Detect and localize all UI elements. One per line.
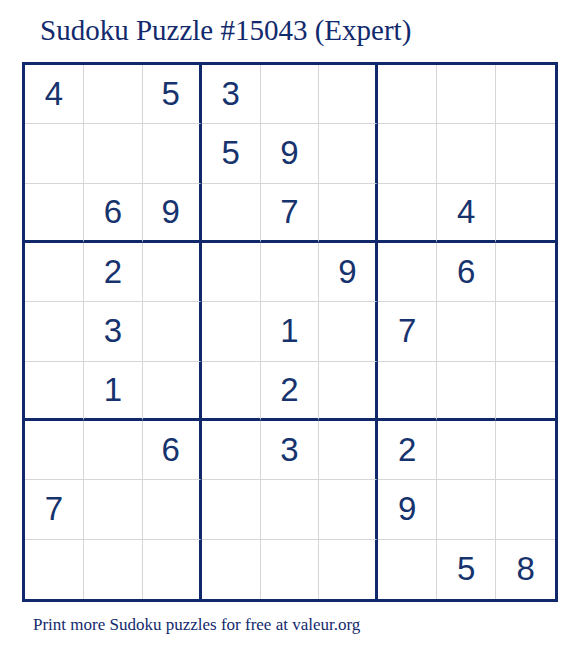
sudoku-cell-r1c7[interactable] (378, 65, 437, 124)
sudoku-cell-r9c4[interactable] (202, 540, 261, 599)
sudoku-cell-r5c5[interactable]: 1 (261, 302, 320, 361)
sudoku-page: Sudoku Puzzle #15043 (Expert) 4535969742… (0, 0, 580, 651)
sudoku-cell-r6c9[interactable] (496, 362, 555, 421)
sudoku-cell-r4c1[interactable] (25, 243, 84, 302)
sudoku-cell-r7c1[interactable] (25, 421, 84, 480)
sudoku-cell-r3c8[interactable]: 4 (437, 184, 496, 243)
sudoku-cell-r6c8[interactable] (437, 362, 496, 421)
sudoku-cell-r8c4[interactable] (202, 480, 261, 539)
sudoku-cell-r1c5[interactable] (261, 65, 320, 124)
sudoku-cell-r2c5[interactable]: 9 (261, 124, 320, 183)
sudoku-cell-r9c6[interactable] (319, 540, 378, 599)
sudoku-cell-r8c3[interactable] (143, 480, 202, 539)
sudoku-cell-r2c4[interactable]: 5 (202, 124, 261, 183)
sudoku-cell-r5c2[interactable]: 3 (84, 302, 143, 361)
sudoku-cell-r7c8[interactable] (437, 421, 496, 480)
sudoku-cell-r9c1[interactable] (25, 540, 84, 599)
sudoku-cell-r4c4[interactable] (202, 243, 261, 302)
sudoku-cell-r2c3[interactable] (143, 124, 202, 183)
sudoku-cell-r6c4[interactable] (202, 362, 261, 421)
sudoku-cell-r9c7[interactable] (378, 540, 437, 599)
sudoku-cell-r9c8[interactable]: 5 (437, 540, 496, 599)
sudoku-cell-r3c4[interactable] (202, 184, 261, 243)
sudoku-cell-r3c9[interactable] (496, 184, 555, 243)
sudoku-cell-r2c7[interactable] (378, 124, 437, 183)
sudoku-cell-r5c1[interactable] (25, 302, 84, 361)
sudoku-cell-r3c5[interactable]: 7 (261, 184, 320, 243)
sudoku-cell-r7c3[interactable]: 6 (143, 421, 202, 480)
sudoku-cell-r5c8[interactable] (437, 302, 496, 361)
sudoku-cell-r1c9[interactable] (496, 65, 555, 124)
sudoku-cell-r1c8[interactable] (437, 65, 496, 124)
footer-text: Print more Sudoku puzzles for free at va… (33, 615, 360, 635)
sudoku-cell-r1c1[interactable]: 4 (25, 65, 84, 124)
sudoku-cell-r5c6[interactable] (319, 302, 378, 361)
sudoku-cell-r9c3[interactable] (143, 540, 202, 599)
sudoku-cell-r3c6[interactable] (319, 184, 378, 243)
sudoku-cell-r8c2[interactable] (84, 480, 143, 539)
sudoku-cell-r8c5[interactable] (261, 480, 320, 539)
sudoku-cell-r3c2[interactable]: 6 (84, 184, 143, 243)
sudoku-cell-r1c6[interactable] (319, 65, 378, 124)
sudoku-cell-r1c4[interactable]: 3 (202, 65, 261, 124)
sudoku-cell-r5c9[interactable] (496, 302, 555, 361)
sudoku-cell-r7c6[interactable] (319, 421, 378, 480)
sudoku-cell-r7c5[interactable]: 3 (261, 421, 320, 480)
sudoku-cell-r4c2[interactable]: 2 (84, 243, 143, 302)
sudoku-cell-r9c9[interactable]: 8 (496, 540, 555, 599)
sudoku-cell-r4c8[interactable]: 6 (437, 243, 496, 302)
sudoku-cell-r6c7[interactable] (378, 362, 437, 421)
sudoku-cell-r8c8[interactable] (437, 480, 496, 539)
sudoku-cell-r4c7[interactable] (378, 243, 437, 302)
sudoku-cell-r4c6[interactable]: 9 (319, 243, 378, 302)
sudoku-cell-r9c5[interactable] (261, 540, 320, 599)
sudoku-cell-r7c4[interactable] (202, 421, 261, 480)
sudoku-cell-r6c2[interactable]: 1 (84, 362, 143, 421)
sudoku-cell-r6c1[interactable] (25, 362, 84, 421)
sudoku-cell-r8c6[interactable] (319, 480, 378, 539)
sudoku-cell-r1c3[interactable]: 5 (143, 65, 202, 124)
sudoku-cell-r6c5[interactable]: 2 (261, 362, 320, 421)
sudoku-cell-r4c9[interactable] (496, 243, 555, 302)
sudoku-cell-r3c1[interactable] (25, 184, 84, 243)
sudoku-cell-r2c6[interactable] (319, 124, 378, 183)
sudoku-cell-r3c7[interactable] (378, 184, 437, 243)
sudoku-cell-r8c9[interactable] (496, 480, 555, 539)
sudoku-cell-r4c3[interactable] (143, 243, 202, 302)
sudoku-cell-r5c4[interactable] (202, 302, 261, 361)
sudoku-cell-r2c1[interactable] (25, 124, 84, 183)
sudoku-cell-r2c2[interactable] (84, 124, 143, 183)
sudoku-cell-r7c2[interactable] (84, 421, 143, 480)
sudoku-cell-r4c5[interactable] (261, 243, 320, 302)
sudoku-cell-r5c7[interactable]: 7 (378, 302, 437, 361)
sudoku-cell-r9c2[interactable] (84, 540, 143, 599)
sudoku-cell-r6c3[interactable] (143, 362, 202, 421)
sudoku-cell-r5c3[interactable] (143, 302, 202, 361)
sudoku-cell-r6c6[interactable] (319, 362, 378, 421)
sudoku-cell-r8c7[interactable]: 9 (378, 480, 437, 539)
sudoku-cell-r3c3[interactable]: 9 (143, 184, 202, 243)
page-title: Sudoku Puzzle #15043 (Expert) (40, 14, 411, 47)
sudoku-cell-r7c7[interactable]: 2 (378, 421, 437, 480)
sudoku-cell-r2c9[interactable] (496, 124, 555, 183)
sudoku-cell-r1c2[interactable] (84, 65, 143, 124)
sudoku-cell-r7c9[interactable] (496, 421, 555, 480)
sudoku-cell-r2c8[interactable] (437, 124, 496, 183)
sudoku-grid: 453596974296317126327958 (22, 62, 558, 602)
sudoku-cell-r8c1[interactable]: 7 (25, 480, 84, 539)
